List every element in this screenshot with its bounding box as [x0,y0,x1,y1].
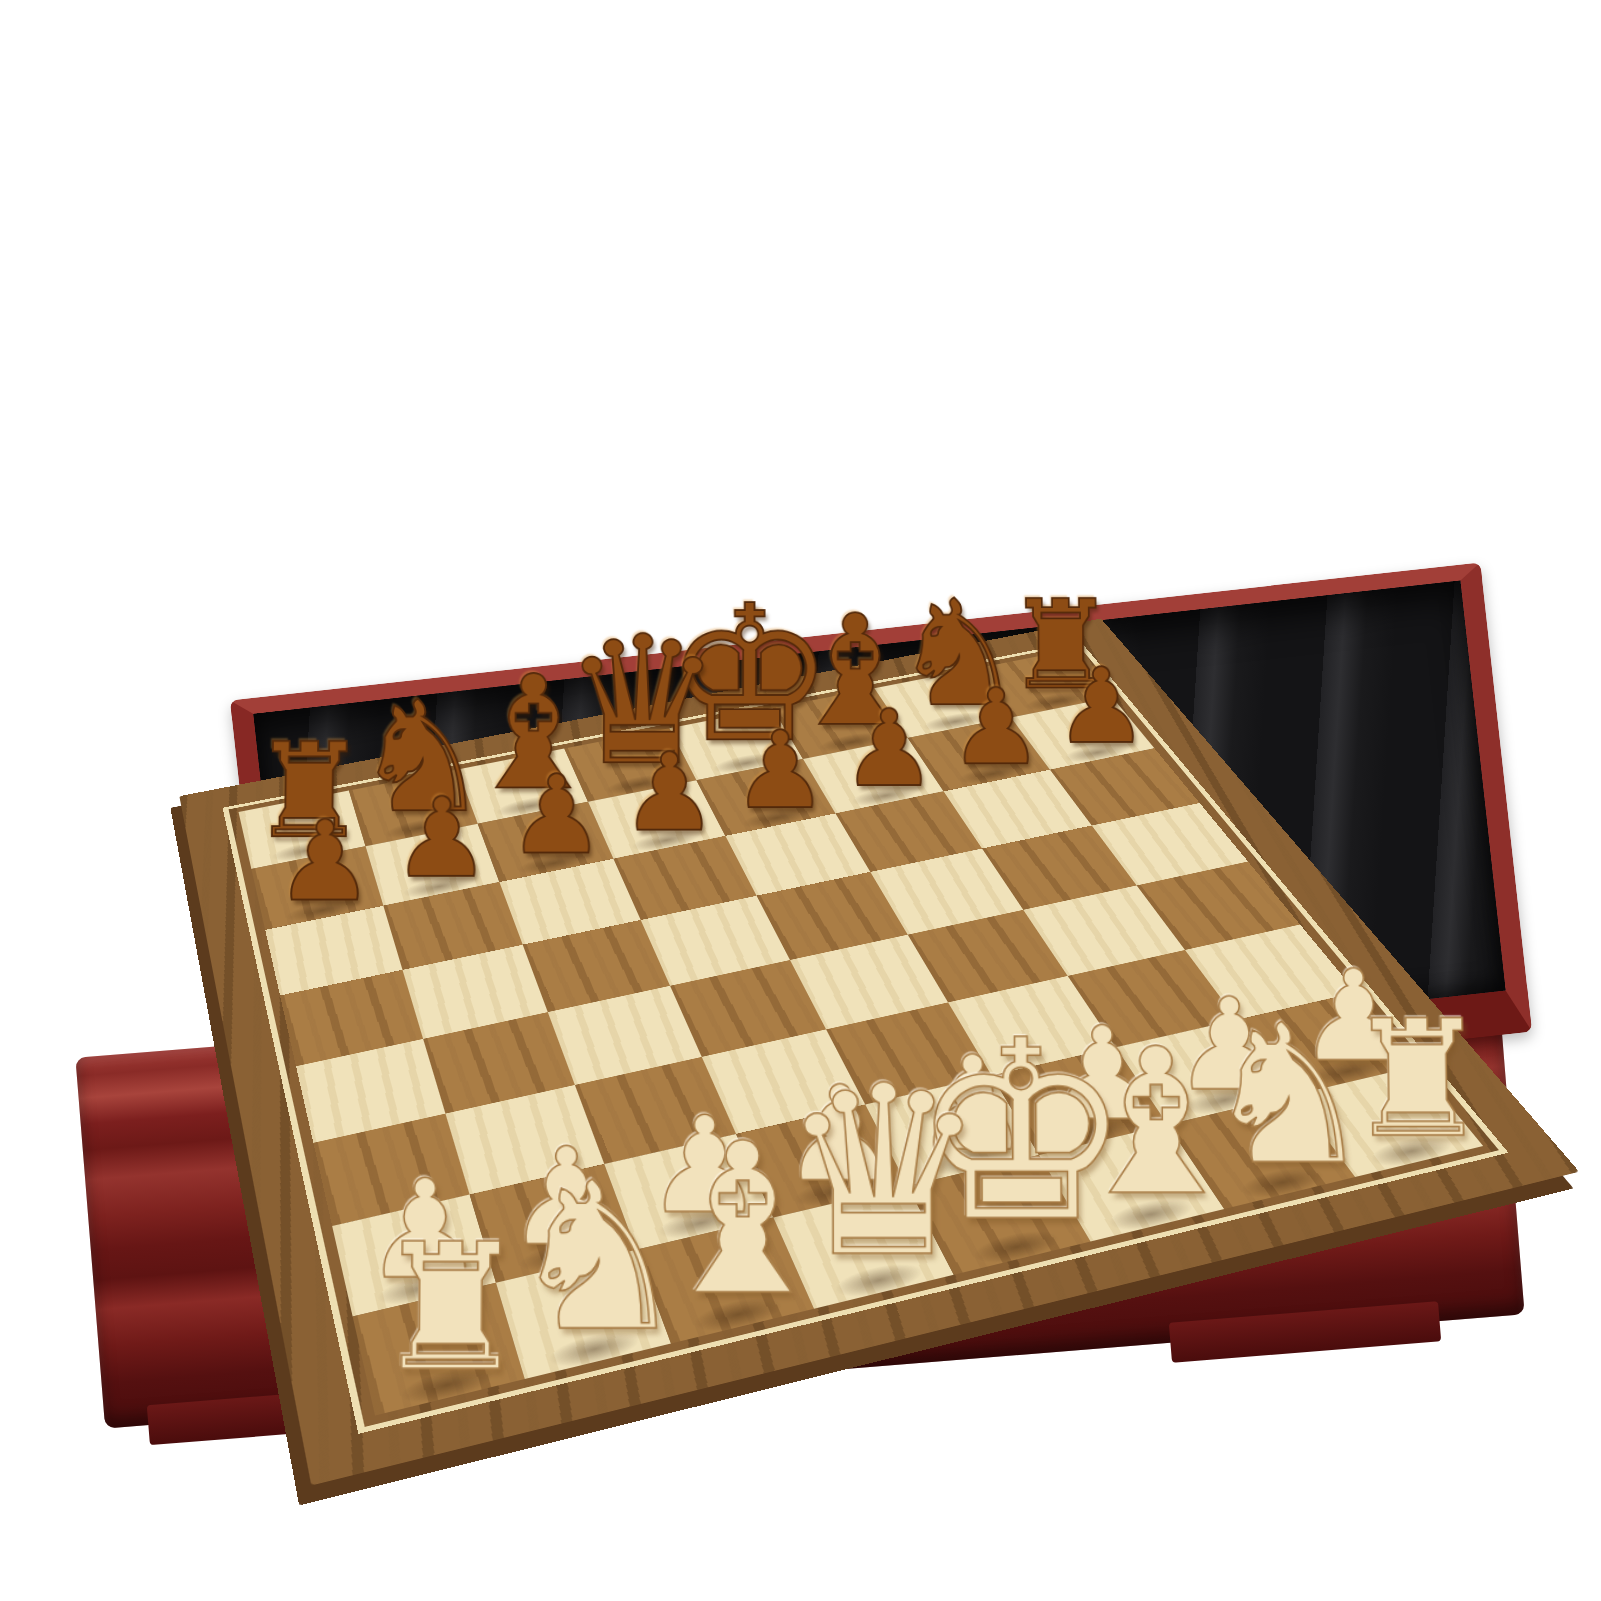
product-photo-stage: ♜♞♝♛♚♝♞♜♟♟♟♟♟♟♟♟♟♟♟♟♟♟♟♟♜♞♝♛♚♝♞♜ [0,0,1601,1601]
piece-white-rook: ♜ [372,1221,529,1396]
piece-black-pawn: ♟ [507,761,605,870]
square-a1: ♜ [353,1283,525,1416]
board-grid: ♜♞♝♛♚♝♞♜♟♟♟♟♟♟♟♟♟♟♟♟♟♟♟♟♜♞♝♛♚♝♞♜ [239,650,1484,1416]
piece-black-pawn: ♟ [392,783,491,893]
piece-black-pawn: ♟ [841,696,936,802]
square-c4 [548,986,702,1085]
piece-black-pawn: ♟ [274,806,375,917]
piece-black-pawn: ♟ [732,717,828,824]
piece-black-pawn: ♟ [949,675,1044,780]
square-a5 [280,970,423,1066]
piece-black-pawn: ♟ [1054,654,1148,758]
piece-white-knight: ♞ [507,1156,690,1360]
board-inlay-frame: ♜♞♝♛♚♝♞♜♟♟♟♟♟♟♟♟♟♟♟♟♟♟♟♟♜♞♝♛♚♝♞♜ [223,641,1509,1434]
piece-black-pawn: ♟ [621,739,718,847]
board-scene: ♜♞♝♛♚♝♞♜♟♟♟♟♟♟♟♟♟♟♟♟♟♟♟♟♜♞♝♛♚♝♞♜ [197,367,1384,1554]
